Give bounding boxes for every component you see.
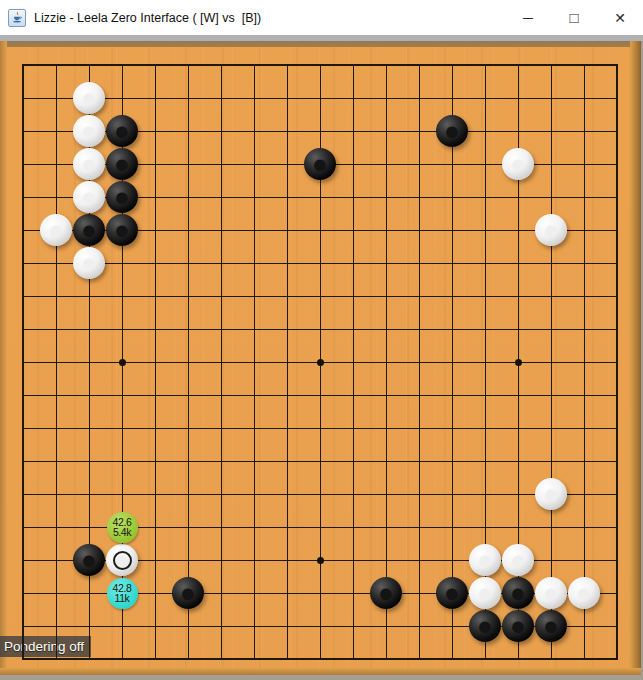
black-stone: ● xyxy=(436,577,468,609)
white-stone: ● xyxy=(73,181,105,213)
grid-line-vertical xyxy=(419,64,420,660)
star-point xyxy=(317,557,324,564)
overlay-visits: 11k xyxy=(115,593,130,603)
white-stone: ● xyxy=(40,214,72,246)
black-stone: ● xyxy=(535,610,567,642)
lizzie-window: Lizzie - Leela Zero Interface ( [W] vs [… xyxy=(0,0,643,680)
grid-line-vertical xyxy=(616,64,618,660)
white-stone: ● xyxy=(502,544,534,576)
black-stone: ● xyxy=(106,181,138,213)
maximize-button[interactable]: □ xyxy=(551,0,597,35)
window-controls: ─ □ ✕ xyxy=(505,0,643,35)
grid-line-horizontal xyxy=(22,428,618,429)
analysis-overlay-cyan[interactable]: 42.811k xyxy=(107,578,138,609)
go-board[interactable]: Pondering off ●●●●●●●●●●●●●●●●●●●●●●●●●●… xyxy=(0,41,643,680)
white-stone: ● xyxy=(568,577,600,609)
white-stone: ● xyxy=(469,577,501,609)
board-frame-bottom-edge xyxy=(0,675,643,680)
coffee-cup-icon xyxy=(11,11,24,24)
black-stone: ● xyxy=(469,610,501,642)
star-point xyxy=(515,359,522,366)
white-stone: ● xyxy=(73,115,105,147)
pondering-status: Pondering off xyxy=(0,636,91,657)
black-stone: ● xyxy=(502,577,534,609)
overlay-visits: 5.4k xyxy=(113,527,131,537)
white-stone: ● xyxy=(73,247,105,279)
white-stone: ● xyxy=(73,82,105,114)
black-stone: ● xyxy=(106,115,138,147)
grid-line-vertical xyxy=(386,64,387,660)
title-bar: Lizzie - Leela Zero Interface ( [W] vs [… xyxy=(0,0,643,35)
grid-line-vertical xyxy=(452,64,453,660)
grid-line-vertical xyxy=(551,64,552,660)
window-title: Lizzie - Leela Zero Interface ( [W] vs [… xyxy=(34,11,261,25)
board-frame-left xyxy=(0,41,7,680)
analysis-overlay-green[interactable]: 42.65.4k xyxy=(107,512,138,543)
grid-line-horizontal xyxy=(22,461,618,462)
black-stone: ● xyxy=(370,577,402,609)
board-frame-top xyxy=(0,41,643,47)
white-stone: ● xyxy=(535,577,567,609)
white-stone: ● xyxy=(106,544,138,576)
black-stone: ● xyxy=(436,115,468,147)
minimize-button[interactable]: ─ xyxy=(505,0,551,35)
white-stone: ● xyxy=(469,544,501,576)
black-stone: ● xyxy=(106,148,138,180)
black-stone: ● xyxy=(502,610,534,642)
black-stone: ● xyxy=(73,544,105,576)
java-app-icon[interactable] xyxy=(8,9,26,27)
grid-line-vertical xyxy=(584,64,585,660)
close-button[interactable]: ✕ xyxy=(597,0,643,35)
star-point xyxy=(119,359,126,366)
last-move-marker xyxy=(113,551,132,570)
black-stone: ● xyxy=(304,148,336,180)
white-stone: ● xyxy=(535,478,567,510)
grid-line-horizontal xyxy=(22,658,618,660)
white-stone: ● xyxy=(73,148,105,180)
grid-line-horizontal xyxy=(22,494,618,495)
grid-line-horizontal xyxy=(22,395,618,396)
star-point xyxy=(317,359,324,366)
white-stone: ● xyxy=(535,214,567,246)
white-stone: ● xyxy=(502,148,534,180)
black-stone: ● xyxy=(73,214,105,246)
grid-line-vertical xyxy=(353,64,354,660)
black-stone: ● xyxy=(106,214,138,246)
black-stone: ● xyxy=(172,577,204,609)
